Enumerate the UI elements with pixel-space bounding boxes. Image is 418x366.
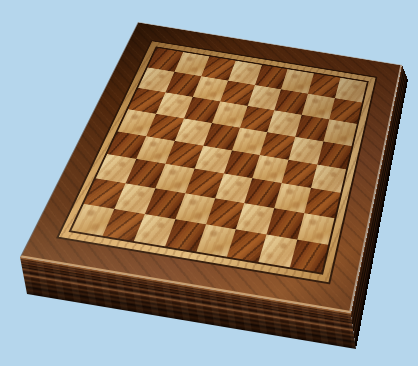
playing-field <box>71 48 366 273</box>
product-photo <box>0 0 418 366</box>
square-h1 <box>290 240 328 273</box>
maple-inlay-banding <box>56 40 377 285</box>
